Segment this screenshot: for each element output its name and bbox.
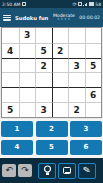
- undo-button[interactable]: ↶: [2, 164, 16, 177]
- sudoku-cell[interactable]: [19, 72, 36, 87]
- numpad-button-3[interactable]: 3: [70, 121, 102, 137]
- numpad-button-1[interactable]: 1: [1, 121, 33, 137]
- sudoku-cell[interactable]: 2: [52, 43, 69, 58]
- pencil-icon: ✎: [82, 165, 91, 175]
- sudoku-cell[interactable]: 2: [68, 102, 85, 117]
- difficulty-indicator: Moderate ★★★★: [53, 13, 75, 22]
- sudoku-cell[interactable]: [68, 72, 85, 87]
- undo-icon: ↶: [5, 166, 13, 175]
- clock-time: 2:50 AM: [2, 2, 21, 7]
- game-timer: 00:00:02: [79, 15, 100, 20]
- sync-icon: ⟳: [73, 2, 77, 6]
- numpad-button-4[interactable]: 4: [1, 140, 33, 156]
- sd-card-icon: [78, 2, 82, 6]
- redo-icon: ↷: [21, 166, 29, 175]
- sudoku-cell[interactable]: [85, 72, 102, 87]
- app-title: Sudoku fun: [15, 15, 48, 21]
- numpad-button-2[interactable]: 2: [36, 121, 68, 137]
- sudoku-cell[interactable]: [19, 102, 36, 117]
- sudoku-cell[interactable]: [35, 72, 52, 87]
- sudoku-grid: 34522356532: [1, 27, 102, 118]
- sudoku-cell[interactable]: [2, 72, 19, 87]
- status-bar: 2:50 AM ⟳ 58: [0, 0, 103, 8]
- number-pad: 123456: [1, 121, 102, 155]
- sudoku-cell[interactable]: [2, 28, 19, 43]
- sudoku-cell[interactable]: [19, 58, 36, 73]
- eraser-icon: [63, 167, 71, 174]
- battery-level: 58: [95, 2, 101, 7]
- menu-icon[interactable]: [3, 15, 11, 21]
- sudoku-cell[interactable]: [85, 43, 102, 58]
- sudoku-cell[interactable]: 2: [35, 58, 52, 73]
- sudoku-cell[interactable]: [35, 28, 52, 43]
- sudoku-cell[interactable]: [35, 87, 52, 102]
- lightbulb-icon: [43, 165, 52, 176]
- status-left: 2:50 AM: [2, 2, 26, 7]
- numpad-button-6[interactable]: 6: [70, 140, 102, 156]
- sudoku-cell[interactable]: [52, 58, 69, 73]
- sudoku-cell[interactable]: 3: [68, 58, 85, 73]
- sudoku-cell[interactable]: [2, 87, 19, 102]
- sudoku-cell[interactable]: [52, 102, 69, 117]
- board-area: 34522356532: [0, 27, 103, 119]
- notification-icon: [22, 2, 26, 6]
- bottom-toolbar: ↶ ↷ ✎: [0, 158, 103, 183]
- sudoku-cell[interactable]: [19, 43, 36, 58]
- app-bar: Sudoku fun Moderate ★★★★ 00:00:02: [0, 8, 103, 27]
- sudoku-cell[interactable]: [52, 72, 69, 87]
- sudoku-cell[interactable]: [52, 87, 69, 102]
- sudoku-cell[interactable]: 5: [35, 43, 52, 58]
- sudoku-cell[interactable]: [85, 102, 102, 117]
- hint-button[interactable]: [38, 163, 56, 179]
- status-right: ⟳ 58: [73, 2, 101, 7]
- erase-button[interactable]: [58, 163, 76, 179]
- app-screen: 2:50 AM ⟳ 58 Sudoku fun Moderate ★★★★ 00…: [0, 0, 103, 183]
- difficulty-stars-icon: ★★★★: [53, 18, 75, 22]
- sudoku-cell[interactable]: [19, 87, 36, 102]
- sudoku-cell[interactable]: [68, 43, 85, 58]
- sudoku-cell[interactable]: 4: [2, 43, 19, 58]
- sudoku-cell[interactable]: 5: [85, 58, 102, 73]
- sudoku-cell[interactable]: 5: [2, 102, 19, 117]
- notes-button[interactable]: ✎: [78, 163, 96, 179]
- signal-icon: [83, 2, 87, 6]
- battery-icon: [89, 2, 94, 6]
- sudoku-cell[interactable]: 3: [19, 28, 36, 43]
- sudoku-cell[interactable]: [68, 87, 85, 102]
- sudoku-cell[interactable]: [2, 58, 19, 73]
- numpad-button-5[interactable]: 5: [36, 140, 68, 156]
- redo-button[interactable]: ↷: [18, 164, 32, 177]
- sudoku-cell[interactable]: [85, 28, 102, 43]
- sudoku-cell[interactable]: 6: [85, 87, 102, 102]
- sudoku-cell[interactable]: [68, 28, 85, 43]
- sudoku-cell[interactable]: [52, 28, 69, 43]
- sudoku-cell[interactable]: 3: [35, 102, 52, 117]
